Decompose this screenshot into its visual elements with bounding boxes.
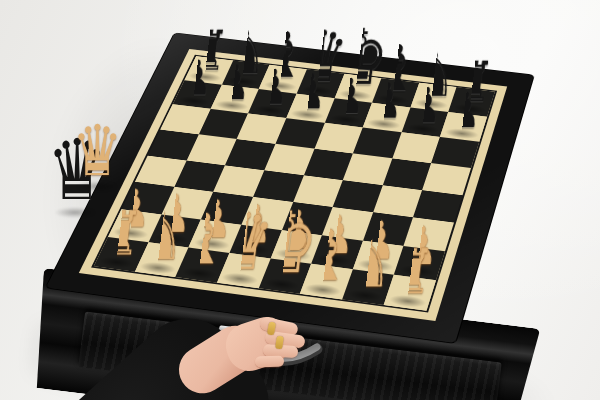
white-rook: ♜ [407, 241, 415, 303]
black-pawn: ♟ [461, 86, 467, 135]
spare-white-queen: ♛ [66, 116, 128, 192]
white-bishop: ♝ [198, 205, 207, 275]
square-e5 [304, 149, 353, 180]
white-queen: ♛ [72, 116, 122, 186]
white-queen: ♛ [239, 202, 249, 280]
white-king: ♚ [281, 201, 291, 286]
black-pawn: ♟ [269, 63, 275, 111]
square-h6 [431, 137, 479, 168]
black-pawn: ♟ [384, 77, 390, 126]
square-h5 [423, 163, 471, 195]
square-h1: ♜ [384, 275, 436, 311]
white-knight: ♞ [365, 229, 373, 297]
photo-scene: ♜♞♝♛♚♝♞♜♟♟♟♟♟♟♟♟♟♟♟♟♟♟♟♟♜♞♝♛♚♝♞♜ ♛ ♛ [0, 0, 600, 400]
white-bishop: ♝ [323, 221, 332, 291]
black-pawn: ♟ [307, 68, 313, 116]
square-g5 [383, 158, 432, 190]
black-pawn: ♟ [193, 54, 199, 102]
square-a5 [148, 129, 199, 160]
black-pawn: ♟ [345, 72, 351, 121]
black-pawn: ♟ [231, 59, 237, 107]
white-knight: ♞ [157, 202, 165, 269]
black-pawn: ♟ [422, 81, 428, 130]
pinky-finger [255, 355, 284, 367]
white-rook: ♜ [116, 203, 123, 264]
